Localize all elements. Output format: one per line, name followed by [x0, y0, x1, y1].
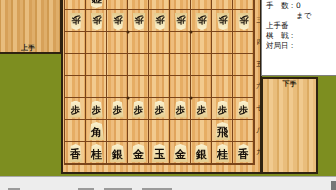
resize-grip	[331, 181, 336, 190]
square-2-6[interactable]	[212, 76, 233, 98]
piece-歩-uwate: 歩	[153, 13, 167, 30]
piece-角-shitate: 角	[88, 122, 105, 140]
piece-歩-uwate: 歩	[90, 13, 104, 30]
square-8-8[interactable]: 角	[86, 120, 107, 142]
square-1-7[interactable]: 歩	[233, 98, 254, 120]
square-6-3[interactable]: 歩	[128, 10, 149, 32]
square-7-6[interactable]	[107, 76, 128, 98]
square-1-6[interactable]	[233, 76, 254, 98]
piece-歩-uwate: 歩	[237, 13, 251, 30]
square-9-9[interactable]: 香	[65, 142, 86, 164]
hoshi-dot	[127, 31, 130, 34]
square-8-5[interactable]	[86, 54, 107, 76]
square-4-7[interactable]: 歩	[170, 98, 191, 120]
piece-歩-shitate: 歩	[69, 101, 83, 118]
upper-piece-stand[interactable]: 上手	[0, 0, 62, 54]
move-count-line: 手 数：0	[266, 1, 336, 11]
square-3-7[interactable]: 歩	[191, 98, 212, 120]
square-6-6[interactable]	[128, 76, 149, 98]
piece-銀-shitate: 銀	[109, 144, 126, 162]
lower-stand-label: 下手	[263, 80, 316, 88]
piece-歩-uwate: 歩	[111, 13, 125, 30]
square-1-2[interactable]	[233, 0, 254, 10]
piece-桂-shitate: 桂	[215, 144, 230, 162]
piece-歩-shitate: 歩	[111, 101, 125, 118]
square-6-4[interactable]	[128, 32, 149, 54]
piece-銀-shitate: 銀	[193, 144, 210, 162]
hoshi-dot	[127, 97, 130, 100]
square-8-3[interactable]: 歩	[86, 10, 107, 32]
square-8-6[interactable]	[86, 76, 107, 98]
upper-stand-label: 上手	[0, 44, 60, 52]
statusbar-text-remnant	[104, 188, 132, 190]
square-9-5[interactable]	[65, 54, 86, 76]
piece-歩-shitate: 歩	[216, 101, 230, 118]
square-5-8[interactable]	[149, 120, 170, 142]
piece-金-shitate: 金	[130, 144, 147, 162]
square-1-4[interactable]	[233, 32, 254, 54]
square-9-3[interactable]: 歩	[65, 10, 86, 32]
square-7-8[interactable]	[107, 120, 128, 142]
square-7-4[interactable]	[107, 32, 128, 54]
square-5-6[interactable]	[149, 76, 170, 98]
piece-歩-shitate: 歩	[153, 101, 167, 118]
piece-玉-shitate: 玉	[151, 144, 168, 162]
statusbar-text-remnant	[78, 188, 94, 190]
piece-歩-shitate: 歩	[237, 101, 251, 118]
square-3-6[interactable]	[191, 76, 212, 98]
square-4-4[interactable]	[170, 32, 191, 54]
piece-歩-uwate: 歩	[174, 13, 188, 30]
square-8-4[interactable]	[86, 32, 107, 54]
statusbar-text-remnant	[142, 188, 172, 190]
square-3-5[interactable]	[191, 54, 212, 76]
move-count-value: 0	[296, 1, 301, 10]
square-4-6[interactable]	[170, 76, 191, 98]
piece-香-shitate: 香	[68, 144, 83, 162]
piece-金-shitate: 金	[172, 144, 189, 162]
square-9-8[interactable]	[65, 120, 86, 142]
status-bar	[0, 176, 336, 190]
square-8-2[interactable]: 飛	[86, 0, 107, 10]
square-1-9[interactable]: 香	[233, 142, 254, 164]
square-6-5[interactable]	[128, 54, 149, 76]
square-3-8[interactable]	[191, 120, 212, 142]
hoshi-dot	[190, 97, 193, 100]
square-4-5[interactable]	[170, 54, 191, 76]
statusbar-text-remnant	[8, 188, 20, 190]
square-5-7[interactable]: 歩	[149, 98, 170, 120]
hoshi-dot	[190, 31, 193, 34]
made-line: まで	[266, 11, 336, 21]
piece-歩-shitate: 歩	[174, 101, 188, 118]
square-4-9[interactable]: 金	[170, 142, 191, 164]
piece-香-shitate: 香	[236, 144, 251, 162]
piece-歩-uwate: 歩	[69, 13, 83, 30]
square-2-2[interactable]	[212, 0, 233, 10]
square-6-8[interactable]	[128, 120, 149, 142]
game-date-line: 対局日：	[266, 41, 336, 51]
square-4-2[interactable]	[170, 0, 191, 10]
square-3-3[interactable]: 歩	[191, 10, 212, 32]
square-7-5[interactable]	[107, 54, 128, 76]
square-5-3[interactable]: 歩	[149, 10, 170, 32]
square-7-2[interactable]	[107, 0, 128, 10]
shogi-board: 香桂銀金王金銀桂香飛歩歩歩歩歩歩歩歩歩歩歩歩歩歩歩歩歩歩角飛香桂銀金玉金銀桂香 …	[61, 0, 262, 174]
piece-歩-shitate: 歩	[132, 101, 146, 118]
square-8-9[interactable]: 桂	[86, 142, 107, 164]
square-6-7[interactable]: 歩	[128, 98, 149, 120]
square-6-2[interactable]	[128, 0, 149, 10]
square-7-7[interactable]: 歩	[107, 98, 128, 120]
square-1-3[interactable]: 歩	[233, 10, 254, 32]
lower-piece-stand[interactable]: 下手	[261, 77, 318, 174]
square-2-5[interactable]	[212, 54, 233, 76]
move-count-label: 手 数：	[266, 1, 296, 10]
square-2-9[interactable]: 桂	[212, 142, 233, 164]
square-3-4[interactable]	[191, 32, 212, 54]
square-5-2[interactable]	[149, 0, 170, 10]
piece-桂-shitate: 桂	[89, 144, 104, 162]
square-2-3[interactable]: 歩	[212, 10, 233, 32]
square-5-4[interactable]	[149, 32, 170, 54]
square-2-7[interactable]: 歩	[212, 98, 233, 120]
square-9-7[interactable]: 歩	[65, 98, 86, 120]
turn-line: 上手番	[266, 21, 336, 31]
square-3-9[interactable]: 銀	[191, 142, 212, 164]
piece-歩-shitate: 歩	[195, 101, 209, 118]
square-9-6[interactable]	[65, 76, 86, 98]
tournament-line: 棋 戦：	[266, 31, 336, 41]
board-grid: 香桂銀金王金銀桂香飛歩歩歩歩歩歩歩歩歩歩歩歩歩歩歩歩歩歩角飛香桂銀金玉金銀桂香	[64, 0, 255, 165]
square-1-5[interactable]	[233, 54, 254, 76]
piece-飛-shitate: 飛	[214, 122, 231, 140]
piece-歩-uwate: 歩	[216, 13, 230, 30]
square-4-8[interactable]	[170, 120, 191, 142]
square-7-3[interactable]: 歩	[107, 10, 128, 32]
piece-歩-shitate: 歩	[90, 101, 104, 118]
square-9-2[interactable]	[65, 0, 86, 10]
square-3-2[interactable]	[191, 0, 212, 10]
square-2-8[interactable]: 飛	[212, 120, 233, 142]
piece-飛-uwate: 飛	[88, 0, 105, 8]
square-5-5[interactable]	[149, 54, 170, 76]
square-5-9[interactable]: 玉	[149, 142, 170, 164]
square-7-9[interactable]: 銀	[107, 142, 128, 164]
kifu-viewer-window: 上手 香桂銀金王金銀桂香飛歩歩歩歩歩歩歩歩歩歩歩歩歩歩歩歩歩歩角飛香桂銀金玉金銀…	[0, 0, 336, 190]
square-6-9[interactable]: 金	[128, 142, 149, 164]
piece-歩-uwate: 歩	[195, 13, 209, 30]
square-2-4[interactable]	[212, 32, 233, 54]
piece-歩-uwate: 歩	[132, 13, 146, 30]
square-1-8[interactable]	[233, 120, 254, 142]
square-4-3[interactable]: 歩	[170, 10, 191, 32]
square-8-7[interactable]: 歩	[86, 98, 107, 120]
game-info-panel: 手合割：角落ち 手 数：0 まで 上手番 棋 戦： 対局日：	[261, 0, 336, 76]
square-9-4[interactable]	[65, 32, 86, 54]
